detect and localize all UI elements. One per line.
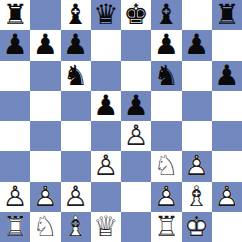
square-c2[interactable]: ♟♙ xyxy=(61,182,91,212)
square-h8[interactable]: ♜ xyxy=(212,0,242,30)
square-b8[interactable] xyxy=(30,0,60,30)
piece-black-pawn[interactable]: ♟ xyxy=(151,30,181,60)
piece-white-pawn[interactable]: ♟♙ xyxy=(121,121,151,151)
square-c8[interactable]: ♝ xyxy=(61,0,91,30)
white-piece-outline: ♗ xyxy=(61,212,91,242)
square-e7[interactable] xyxy=(121,30,151,60)
piece-black-pawn[interactable]: ♟ xyxy=(30,30,60,60)
white-piece-outline: ♖ xyxy=(0,212,30,242)
piece-white-pawn[interactable]: ♟♙ xyxy=(91,151,121,181)
black-piece-glyph: ♚ xyxy=(121,0,151,30)
square-g8[interactable] xyxy=(182,0,212,30)
square-d2[interactable] xyxy=(91,182,121,212)
square-b3[interactable] xyxy=(30,151,60,181)
square-f3[interactable]: ♞♘ xyxy=(151,151,181,181)
square-g4[interactable] xyxy=(182,121,212,151)
white-piece-outline: ♕ xyxy=(91,212,121,242)
black-piece-glyph: ♟ xyxy=(212,61,242,91)
square-b6[interactable] xyxy=(30,61,60,91)
square-h6[interactable]: ♟ xyxy=(212,61,242,91)
square-f5[interactable] xyxy=(151,91,181,121)
white-piece-outline: ♔ xyxy=(182,212,212,242)
square-h5[interactable] xyxy=(212,91,242,121)
square-a7[interactable]: ♟ xyxy=(0,30,30,60)
black-piece-glyph: ♟ xyxy=(30,30,60,60)
piece-black-queen[interactable]: ♛ xyxy=(91,0,121,30)
chess-board: ♜♝♛♚♝♜♟♟♟♟♟♞♞♟♟♟♟♙♟♙♞♘♟♙♟♙♟♙♟♙♟♙♝♗♟♙♜♖♞♘… xyxy=(0,0,242,242)
piece-white-pawn[interactable]: ♟♙ xyxy=(182,151,212,181)
white-piece-outline: ♙ xyxy=(151,182,181,212)
black-piece-glyph: ♝ xyxy=(61,0,91,30)
square-d6[interactable] xyxy=(91,61,121,91)
black-piece-glyph: ♛ xyxy=(91,0,121,30)
square-f2[interactable]: ♟♙ xyxy=(151,182,181,212)
piece-white-bishop[interactable]: ♝♗ xyxy=(61,212,91,242)
piece-white-pawn[interactable]: ♟♙ xyxy=(61,182,91,212)
square-d4[interactable] xyxy=(91,121,121,151)
piece-black-bishop[interactable]: ♝ xyxy=(151,0,181,30)
square-c4[interactable] xyxy=(61,121,91,151)
black-piece-glyph: ♜ xyxy=(212,0,242,30)
square-b4[interactable] xyxy=(30,121,60,151)
square-a3[interactable] xyxy=(0,151,30,181)
white-piece-outline: ♘ xyxy=(30,212,60,242)
piece-white-pawn[interactable]: ♟♙ xyxy=(151,182,181,212)
black-piece-glyph: ♜ xyxy=(0,0,30,30)
square-c3[interactable] xyxy=(61,151,91,181)
square-f1[interactable]: ♜♖ xyxy=(151,212,181,242)
piece-white-queen[interactable]: ♛♕ xyxy=(91,212,121,242)
square-a1[interactable]: ♜♖ xyxy=(0,212,30,242)
square-g1[interactable]: ♚♔ xyxy=(182,212,212,242)
square-e3[interactable] xyxy=(121,151,151,181)
square-b5[interactable] xyxy=(30,91,60,121)
black-piece-glyph: ♟ xyxy=(121,91,151,121)
square-d5[interactable]: ♟ xyxy=(91,91,121,121)
piece-black-pawn[interactable]: ♟ xyxy=(121,91,151,121)
black-piece-glyph: ♟ xyxy=(182,30,212,60)
square-h4[interactable] xyxy=(212,121,242,151)
square-f8[interactable]: ♝ xyxy=(151,0,181,30)
square-c7[interactable]: ♟ xyxy=(61,30,91,60)
square-h3[interactable] xyxy=(212,151,242,181)
piece-black-knight[interactable]: ♞ xyxy=(61,61,91,91)
square-d8[interactable]: ♛ xyxy=(91,0,121,30)
square-g3[interactable]: ♟♙ xyxy=(182,151,212,181)
square-a2[interactable]: ♟♙ xyxy=(0,182,30,212)
square-a4[interactable] xyxy=(0,121,30,151)
black-piece-glyph: ♟ xyxy=(61,30,91,60)
white-piece-outline: ♖ xyxy=(151,212,181,242)
piece-black-pawn[interactable]: ♟ xyxy=(212,61,242,91)
piece-white-pawn[interactable]: ♟♙ xyxy=(212,182,242,212)
square-h2[interactable]: ♟♙ xyxy=(212,182,242,212)
piece-white-knight[interactable]: ♞♘ xyxy=(151,151,181,181)
piece-black-rook[interactable]: ♜ xyxy=(0,0,30,30)
square-a8[interactable]: ♜ xyxy=(0,0,30,30)
square-b1[interactable]: ♞♘ xyxy=(30,212,60,242)
square-d1[interactable]: ♛♕ xyxy=(91,212,121,242)
piece-black-pawn[interactable]: ♟ xyxy=(0,30,30,60)
piece-white-pawn[interactable]: ♟♙ xyxy=(0,182,30,212)
square-e4[interactable]: ♟♙ xyxy=(121,121,151,151)
square-d3[interactable]: ♟♙ xyxy=(91,151,121,181)
square-e8[interactable]: ♚ xyxy=(121,0,151,30)
black-piece-glyph: ♝ xyxy=(151,0,181,30)
square-g5[interactable] xyxy=(182,91,212,121)
square-h1[interactable] xyxy=(212,212,242,242)
square-f7[interactable]: ♟ xyxy=(151,30,181,60)
square-f6[interactable]: ♞ xyxy=(151,61,181,91)
square-a5[interactable] xyxy=(0,91,30,121)
square-e6[interactable] xyxy=(121,61,151,91)
square-b7[interactable]: ♟ xyxy=(30,30,60,60)
piece-white-king[interactable]: ♚♔ xyxy=(182,212,212,242)
black-piece-glyph: ♟ xyxy=(91,91,121,121)
square-g6[interactable] xyxy=(182,61,212,91)
piece-black-rook[interactable]: ♜ xyxy=(212,0,242,30)
piece-black-knight[interactable]: ♞ xyxy=(151,61,181,91)
white-piece-outline: ♙ xyxy=(212,182,242,212)
square-c6[interactable]: ♞ xyxy=(61,61,91,91)
square-b2[interactable]: ♟♙ xyxy=(30,182,60,212)
square-e1[interactable] xyxy=(121,212,151,242)
piece-white-rook[interactable]: ♜♖ xyxy=(151,212,181,242)
white-piece-outline: ♙ xyxy=(30,182,60,212)
square-e2[interactable] xyxy=(121,182,151,212)
white-piece-outline: ♙ xyxy=(0,182,30,212)
square-g7[interactable]: ♟ xyxy=(182,30,212,60)
square-d7[interactable] xyxy=(91,30,121,60)
white-piece-outline: ♙ xyxy=(91,151,121,181)
piece-white-rook[interactable]: ♜♖ xyxy=(0,212,30,242)
white-piece-outline: ♗ xyxy=(182,182,212,212)
square-a6[interactable] xyxy=(0,61,30,91)
square-f4[interactable] xyxy=(151,121,181,151)
piece-white-bishop[interactable]: ♝♗ xyxy=(182,182,212,212)
black-piece-glyph: ♟ xyxy=(0,30,30,60)
piece-white-knight[interactable]: ♞♘ xyxy=(30,212,60,242)
black-piece-glyph: ♞ xyxy=(151,61,181,91)
white-piece-outline: ♘ xyxy=(151,151,181,181)
square-e5[interactable]: ♟ xyxy=(121,91,151,121)
square-g2[interactable]: ♝♗ xyxy=(182,182,212,212)
square-c1[interactable]: ♝♗ xyxy=(61,212,91,242)
piece-black-pawn[interactable]: ♟ xyxy=(182,30,212,60)
black-piece-glyph: ♟ xyxy=(151,30,181,60)
piece-black-bishop[interactable]: ♝ xyxy=(61,0,91,30)
piece-black-king[interactable]: ♚ xyxy=(121,0,151,30)
square-c5[interactable] xyxy=(61,91,91,121)
white-piece-outline: ♙ xyxy=(61,182,91,212)
black-piece-glyph: ♞ xyxy=(61,61,91,91)
white-piece-outline: ♙ xyxy=(182,151,212,181)
square-h7[interactable] xyxy=(212,30,242,60)
piece-black-pawn[interactable]: ♟ xyxy=(61,30,91,60)
piece-white-pawn[interactable]: ♟♙ xyxy=(30,182,60,212)
piece-black-pawn[interactable]: ♟ xyxy=(91,91,121,121)
white-piece-outline: ♙ xyxy=(121,121,151,151)
